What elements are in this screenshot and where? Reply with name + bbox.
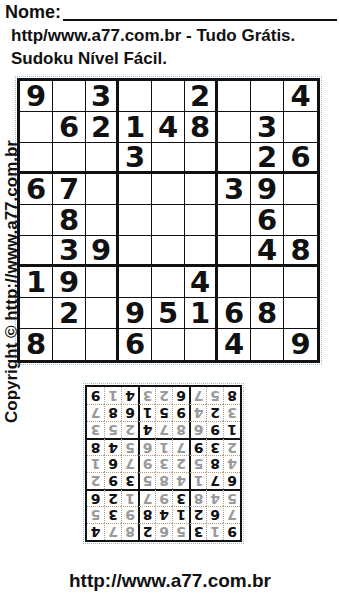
solution-cell-r5c1: 4 [223, 455, 240, 472]
solution-cell-r9c3: 7 [189, 387, 206, 404]
puzzle-cell-r5c2[interactable]: 8 [53, 205, 86, 236]
solution-cell-r9c6: 3 [138, 387, 155, 404]
solution-cell-r6c8: 4 [104, 438, 121, 455]
name-row: Nome: [5, 2, 337, 23]
puzzle-cell-r5c3[interactable] [86, 205, 119, 236]
solution-cell-r3c9: 6 [87, 489, 104, 506]
solution-cell-r9c7: 4 [121, 387, 138, 404]
puzzle-cell-r7c8[interactable] [251, 267, 284, 298]
puzzle-cell-r1c9[interactable]: 4 [284, 81, 317, 112]
puzzle-cell-r2c8[interactable]: 3 [251, 112, 284, 143]
puzzle-cell-r4c1[interactable]: 6 [20, 174, 53, 205]
puzzle-cell-r6c2[interactable]: 3 [53, 236, 86, 267]
sudoku-print-page: Nome: http/www.a77.com.br - Tudo Grátis.… [0, 0, 340, 596]
puzzle-cell-r6c9[interactable]: 8 [284, 236, 317, 267]
solution-cell-r1c9: 4 [87, 523, 104, 540]
solution-cell-r3c7: 1 [121, 489, 138, 506]
solution-cell-r4c2: 7 [206, 472, 223, 489]
puzzle-cell-r4c2[interactable]: 7 [53, 174, 86, 205]
solution-cell-r7c7: 2 [121, 421, 138, 438]
puzzle-cell-r9c2[interactable] [53, 329, 86, 360]
solution-cell-r2c9: 5 [87, 506, 104, 523]
solution-cell-r1c7: 8 [121, 523, 138, 540]
puzzle-cell-r8c4[interactable]: 9 [119, 298, 152, 329]
puzzle-cell-r3c3[interactable] [86, 143, 119, 174]
solution-cell-r2c2: 6 [206, 506, 223, 523]
puzzle-cell-r4c3[interactable] [86, 174, 119, 205]
puzzle-cell-r8c8[interactable]: 8 [251, 298, 284, 329]
solution-cell-r7c9: 3 [87, 421, 104, 438]
solution-cell-r2c6: 8 [138, 506, 155, 523]
solution-cell-r8c5: 5 [155, 404, 172, 421]
solution-cell-r9c5: 2 [155, 387, 172, 404]
puzzle-cell-r5c5[interactable] [152, 205, 185, 236]
solution-cell-r8c1: 3 [223, 404, 240, 421]
puzzle-cell-r2c5[interactable]: 4 [152, 112, 185, 143]
solution-cell-r7c8: 5 [104, 421, 121, 438]
puzzle-cell-r5c7[interactable] [218, 205, 251, 236]
solution-cell-r1c6: 2 [138, 523, 155, 540]
puzzle-cell-r8c7[interactable]: 6 [218, 298, 251, 329]
puzzle-cell-r7c3[interactable] [86, 267, 119, 298]
solution-cell-r8c8: 8 [104, 404, 121, 421]
solution-cell-r5c6: 9 [138, 455, 155, 472]
solution-cell-r3c3: 8 [189, 489, 206, 506]
puzzle-cell-r1c7[interactable] [218, 81, 251, 112]
puzzle-cell-r7c7[interactable] [218, 267, 251, 298]
solution-grid: 9135628747621489355483971266714853924852… [85, 385, 242, 542]
puzzle-cell-r2c9[interactable] [284, 112, 317, 143]
puzzle-cell-r3c4[interactable]: 3 [119, 143, 152, 174]
solution-cell-r8c6: 1 [138, 404, 155, 421]
solution-cell-r8c3: 4 [189, 404, 206, 421]
solution-cell-r7c5: 7 [155, 421, 172, 438]
solution-cell-r3c2: 4 [206, 489, 223, 506]
solution-cell-r1c2: 1 [206, 523, 223, 540]
solution-cell-r1c3: 3 [189, 523, 206, 540]
solution-cell-r3c6: 7 [138, 489, 155, 506]
solution-cell-r9c1: 8 [223, 387, 240, 404]
puzzle-cell-r1c8[interactable] [251, 81, 284, 112]
puzzle-cell-r2c4[interactable]: 1 [119, 112, 152, 143]
solution-cell-r7c2: 9 [206, 421, 223, 438]
solution-cell-r5c4: 2 [172, 455, 189, 472]
puzzle-cell-r4c8[interactable]: 9 [251, 174, 284, 205]
puzzle-cell-r6c4[interactable] [119, 236, 152, 267]
puzzle-cell-r5c1[interactable] [20, 205, 53, 236]
site-title: http/www.a77.com.br - Tudo Grátis. [11, 26, 295, 46]
puzzle-cell-r4c4[interactable] [119, 174, 152, 205]
puzzle-cell-r3c8[interactable]: 2 [251, 143, 284, 174]
puzzle-cell-r4c9[interactable] [284, 174, 317, 205]
solution-cell-r4c4: 4 [172, 472, 189, 489]
puzzle-cell-r5c4[interactable] [119, 205, 152, 236]
solution-cell-r6c2: 3 [206, 438, 223, 455]
puzzle-cell-r9c9[interactable]: 9 [284, 329, 317, 360]
puzzle-cell-r1c5[interactable] [152, 81, 185, 112]
puzzle-cell-r8c1[interactable] [20, 298, 53, 329]
puzzle-cell-r1c2[interactable] [53, 81, 86, 112]
solution-cell-r8c2: 2 [206, 404, 223, 421]
puzzle-cell-r2c2[interactable]: 6 [53, 112, 86, 143]
solution-cell-r6c9: 8 [87, 438, 104, 455]
solution-cell-r5c3: 5 [189, 455, 206, 472]
solution-cell-r5c5: 3 [155, 455, 172, 472]
solution-cell-r3c5: 9 [155, 489, 172, 506]
name-label: Nome: [5, 2, 61, 23]
solution-cell-r2c8: 3 [104, 506, 121, 523]
solution-cell-r2c3: 2 [189, 506, 206, 523]
solution-cell-r6c6: 6 [138, 438, 155, 455]
footer-url: http://www.a77.com.br [0, 570, 340, 592]
puzzle-cell-r9c7[interactable]: 4 [218, 329, 251, 360]
solution-cell-r8c4: 9 [172, 404, 189, 421]
puzzle-cell-r6c8[interactable]: 4 [251, 236, 284, 267]
solution-cell-r3c1: 5 [223, 489, 240, 506]
puzzle-cell-r7c4[interactable] [119, 267, 152, 298]
puzzle-cell-r3c6[interactable] [185, 143, 218, 174]
solution-cell-r3c8: 2 [104, 489, 121, 506]
solution-cell-r7c1: 1 [223, 421, 240, 438]
solution-cell-r4c9: 2 [87, 472, 104, 489]
puzzle-cell-r6c1[interactable] [20, 236, 53, 267]
puzzle-cell-r6c3[interactable]: 9 [86, 236, 119, 267]
puzzle-cell-r9c4[interactable]: 6 [119, 329, 152, 360]
solution-cell-r4c5: 8 [155, 472, 172, 489]
puzzle-cell-r8c6[interactable]: 1 [185, 298, 218, 329]
puzzle-cell-r3c1[interactable] [20, 143, 53, 174]
puzzle-cell-r2c3[interactable]: 2 [86, 112, 119, 143]
solution-cell-r1c8: 7 [104, 523, 121, 540]
solution-cell-r2c1: 7 [223, 506, 240, 523]
puzzle-cell-r5c8[interactable]: 6 [251, 205, 284, 236]
solution-cell-r2c4: 1 [172, 506, 189, 523]
puzzle-cell-r8c5[interactable]: 5 [152, 298, 185, 329]
solution-cell-r4c8: 9 [104, 472, 121, 489]
solution-cell-r8c7: 6 [121, 404, 138, 421]
copyright-text: Copyright © http://www.a77.com.br [3, 140, 20, 423]
solution-cell-r6c1: 2 [223, 438, 240, 455]
solution-cell-r4c7: 3 [121, 472, 138, 489]
puzzle-cell-r3c5[interactable] [152, 143, 185, 174]
puzzle-cell-r6c6[interactable] [185, 236, 218, 267]
puzzle-cell-r8c9[interactable] [284, 298, 317, 329]
puzzle-cell-r8c2[interactable]: 2 [53, 298, 86, 329]
puzzle-cell-r5c9[interactable] [284, 205, 317, 236]
puzzle-cell-r9c1[interactable]: 8 [20, 329, 53, 360]
solution-cell-r4c3: 1 [189, 472, 206, 489]
solution-cell-r6c5: 1 [155, 438, 172, 455]
puzzle-cell-r6c7[interactable] [218, 236, 251, 267]
solution-cell-r6c3: 9 [189, 438, 206, 455]
puzzle-cell-r4c5[interactable] [152, 174, 185, 205]
solution-cell-r2c7: 9 [121, 506, 138, 523]
puzzle-cell-r8c3[interactable] [86, 298, 119, 329]
solution-cell-r7c3: 6 [189, 421, 206, 438]
solution-cell-r9c8: 1 [104, 387, 121, 404]
solution-cell-r6c7: 5 [121, 438, 138, 455]
puzzle-cell-r1c1[interactable]: 9 [20, 81, 53, 112]
solution-cell-r9c9: 9 [87, 387, 104, 404]
puzzle-cell-r1c6[interactable]: 2 [185, 81, 218, 112]
solution-cell-r3c4: 3 [172, 489, 189, 506]
solution-cell-r6c4: 7 [172, 438, 189, 455]
puzzle-cell-r7c9[interactable] [284, 267, 317, 298]
solution-cell-r1c5: 6 [155, 523, 172, 540]
solution-cell-r4c6: 5 [138, 472, 155, 489]
solution-cell-r2c5: 4 [155, 506, 172, 523]
puzzle-cell-r4c7[interactable]: 3 [218, 174, 251, 205]
solution-cell-r7c4: 8 [172, 421, 189, 438]
solution-cell-r8c9: 7 [87, 404, 104, 421]
puzzle-cell-r7c5[interactable] [152, 267, 185, 298]
puzzle-cell-r3c9[interactable]: 6 [284, 143, 317, 174]
solution-cell-r1c1: 9 [223, 523, 240, 540]
puzzle-cell-r7c2[interactable]: 9 [53, 267, 86, 298]
puzzle-cell-r9c3[interactable] [86, 329, 119, 360]
puzzle-cell-r9c6[interactable] [185, 329, 218, 360]
puzzle-cell-r7c1[interactable]: 1 [20, 267, 53, 298]
solution-cell-r5c2: 8 [206, 455, 223, 472]
puzzle-cell-r2c6[interactable]: 8 [185, 112, 218, 143]
puzzle-cell-r1c4[interactable] [119, 81, 152, 112]
solution-cell-r9c4: 6 [172, 387, 189, 404]
puzzle-cell-r5c6[interactable] [185, 205, 218, 236]
solution-cell-r5c7: 7 [121, 455, 138, 472]
puzzle-cell-r7c6[interactable]: 4 [185, 267, 218, 298]
puzzle-cell-r3c7[interactable] [218, 143, 251, 174]
puzzle-cell-r9c8[interactable] [251, 329, 284, 360]
puzzle-cell-r6c5[interactable] [152, 236, 185, 267]
puzzle-cell-r2c7[interactable] [218, 112, 251, 143]
solution-cell-r9c2: 5 [206, 387, 223, 404]
name-fill-line[interactable] [63, 17, 337, 21]
solution-cell-r5c9: 1 [87, 455, 104, 472]
solution-cell-r4c1: 6 [223, 472, 240, 489]
puzzle-grid: 932462148332667398639481942951688649 [17, 78, 320, 363]
puzzle-cell-r9c5[interactable] [152, 329, 185, 360]
solution-cell-r1c4: 5 [172, 523, 189, 540]
solution-cell-r7c6: 4 [138, 421, 155, 438]
solution-cell-r5c8: 6 [104, 455, 121, 472]
puzzle-cell-r4c6[interactable] [185, 174, 218, 205]
puzzle-level-title: Sudoku Nível Fácil. [11, 49, 167, 69]
puzzle-cell-r2c1[interactable] [20, 112, 53, 143]
puzzle-cell-r3c2[interactable] [53, 143, 86, 174]
puzzle-cell-r1c3[interactable]: 3 [86, 81, 119, 112]
